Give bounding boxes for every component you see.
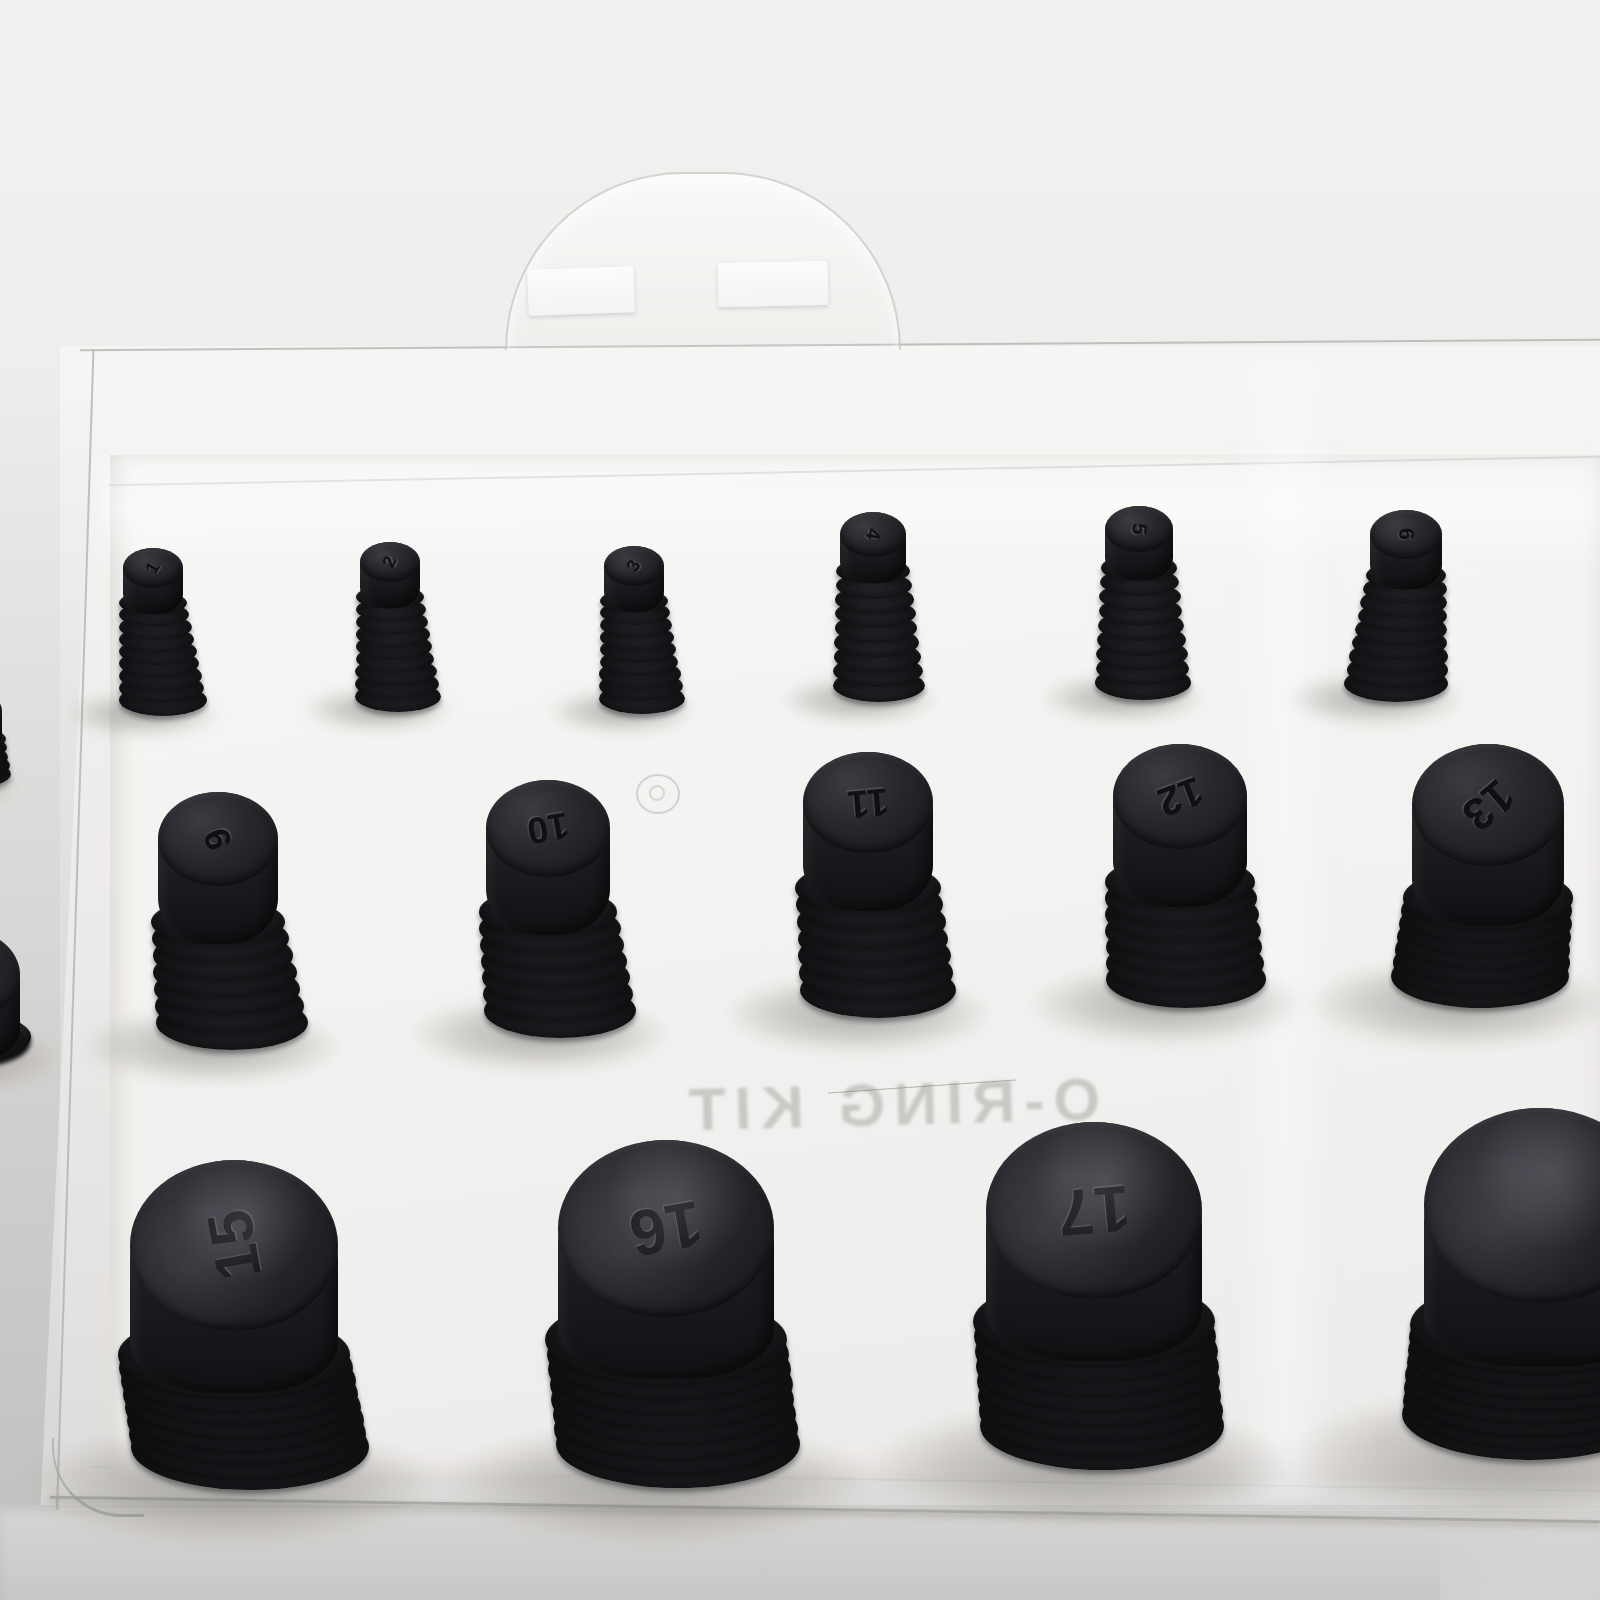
- stack-cap: 10: [486, 780, 610, 935]
- oring-stacks-layer: 123456910111213151617: [0, 0, 1600, 1600]
- stack-cap-face: [0, 928, 20, 1022]
- stack-cap-face: [1424, 1108, 1600, 1303]
- stack-cap-face: [0, 690, 2, 732]
- stack-cap: 5: [1105, 506, 1173, 580]
- stack-cap: 12: [1113, 744, 1247, 907]
- stack-cap: 16: [558, 1140, 774, 1379]
- stack-cap: 3: [604, 546, 664, 612]
- stack-cap: 1: [123, 548, 183, 614]
- stack-size-label: 5: [1127, 522, 1151, 535]
- stack-cap: 9: [158, 792, 278, 944]
- stack-cap-face: 4: [840, 512, 906, 557]
- stack-cap-face: 16: [558, 1140, 774, 1317]
- stack-size-label: 10: [524, 804, 572, 854]
- stack-cap-face: 11: [803, 752, 933, 853]
- oring-kit-photo: O-RING KIT 123456910111213151617: [0, 0, 1600, 1600]
- stack-cap-face: 6: [1370, 510, 1442, 559]
- stack-size-label: 13: [1452, 769, 1524, 841]
- stack-cap-face: 1: [123, 548, 183, 588]
- stack-size-label: 1: [141, 558, 164, 577]
- stack-cap-face: 13: [1412, 744, 1564, 866]
- stack-size-label: 12: [1151, 767, 1209, 826]
- stack-size-label: 11: [846, 779, 891, 826]
- stack-size-label: 17: [1055, 1170, 1133, 1251]
- stack-cap: 17: [986, 1122, 1202, 1361]
- stack-cap: 6: [1370, 510, 1442, 589]
- stack-cap-face: 15: [130, 1160, 338, 1331]
- stack-size-label: 3: [622, 556, 645, 575]
- stack-size-label: 4: [861, 527, 886, 542]
- stack-size-label: 9: [195, 822, 241, 855]
- stack-cap-face: 10: [486, 780, 610, 877]
- stack-size-label: 6: [1393, 528, 1419, 540]
- stack-size-label: 16: [624, 1185, 708, 1271]
- stack-cap: 15: [130, 1160, 338, 1393]
- stack-cap-face: 9: [158, 792, 278, 886]
- stack-size-label: 2: [378, 553, 401, 571]
- stack-cap: 4: [840, 512, 906, 583]
- stack-cap-face: 2: [360, 542, 420, 582]
- stack-cap: 13: [1412, 744, 1564, 926]
- stack-cap-face: 3: [604, 546, 664, 586]
- stack-cap: [1424, 1108, 1600, 1367]
- stack-size-label: 15: [193, 1205, 275, 1286]
- stack-cap: 2: [360, 542, 420, 608]
- stack-cap: 11: [803, 752, 933, 911]
- stack-cap-face: 17: [986, 1122, 1202, 1299]
- stack-cap-face: 12: [1113, 744, 1247, 849]
- stack-cap-face: 5: [1105, 506, 1173, 552]
